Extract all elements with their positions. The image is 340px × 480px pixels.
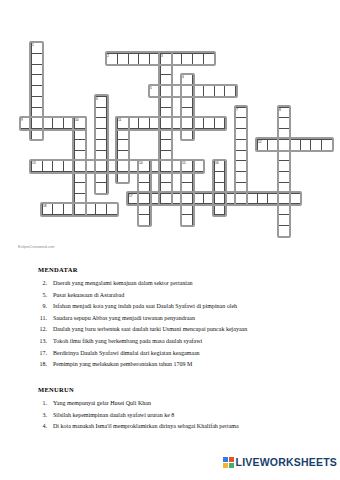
clue-item-number: 9. <box>36 303 47 310</box>
liveworksheets-icon <box>223 457 234 468</box>
across-clue-list: 2.Daerah yang mengalami kemajuan dalam s… <box>36 280 324 368</box>
crossword-cell[interactable] <box>181 182 193 194</box>
crossword-cell[interactable] <box>181 74 193 86</box>
crossword-cell[interactable] <box>181 214 193 226</box>
clue-item-number: 13. <box>36 338 47 345</box>
crossword-cell[interactable] <box>289 193 301 205</box>
down-heading: MENURUN <box>38 386 324 393</box>
crossword-cell[interactable] <box>106 203 118 215</box>
crossword-cell[interactable] <box>192 160 204 172</box>
clue-item-text: Di kota manakah Isma'il memproklamirkan … <box>53 423 324 430</box>
clue-item-text: Pemimpin yang melakukan pemberontakan ta… <box>53 361 324 368</box>
crossword-cell[interactable] <box>214 117 226 129</box>
clue-item-text: Yang mempunyai gelar Husei Quli Khan <box>53 400 324 407</box>
clue-item-number: 4. <box>36 423 47 430</box>
clue-item-number: 3. <box>36 412 47 419</box>
crossword-cell[interactable] <box>74 150 86 162</box>
crossword-cell[interactable] <box>214 182 226 194</box>
grid-credit: EclipseCrossword.com <box>18 245 55 249</box>
clue-item-text: Silsilah kepemimpinan daulah syafawi uru… <box>53 412 324 419</box>
clue-item: 13.Tokoh ilmu fikih yang berkembang pada… <box>36 338 324 345</box>
clue-item-text: Daulah yang baru terbentuk saat daulah t… <box>53 326 324 333</box>
crossword-cell[interactable] <box>117 171 129 183</box>
crossword-cell[interactable] <box>31 128 43 140</box>
clue-item: 11.Saudara sepupu Abbas yang menjadi taw… <box>36 315 324 322</box>
clue-item-number: 1. <box>36 400 47 407</box>
clue-item-number: 2. <box>36 280 47 287</box>
clue-item-number: 17. <box>36 350 47 357</box>
clue-item-text: Daerah yang mengalami kemajuan dalam sek… <box>53 280 324 287</box>
clue-section: MENDATAR 2.Daerah yang mengalami kemajua… <box>36 266 324 435</box>
clue-item: 5.Pusat kekuasaan di Astarabad <box>36 292 324 299</box>
clue-item-text: Isfahan menjadi kota yang indah pada saa… <box>53 303 324 310</box>
clue-item: 12.Daulah yang baru terbentuk saat daula… <box>36 326 324 333</box>
crossword-cell[interactable] <box>224 85 236 97</box>
crossword-cell[interactable] <box>160 182 172 194</box>
clue-item: 18.Pemimpin yang melakukan pemberontakan… <box>36 361 324 368</box>
crossword-cell[interactable] <box>160 107 172 119</box>
down-clue-list: 1.Yang mempunyai gelar Husei Quli Khan3.… <box>36 400 324 430</box>
crossword-cell[interactable] <box>31 107 43 119</box>
crossword-cell[interactable] <box>203 53 215 65</box>
clue-item: 1.Yang mempunyai gelar Husei Quli Khan <box>36 400 324 407</box>
crossword-cell[interactable] <box>160 150 172 162</box>
across-heading: MENDATAR <box>38 266 324 273</box>
crossword-cell[interactable] <box>138 214 150 226</box>
crossword-cell[interactable] <box>95 150 107 162</box>
clue-item-number: 5. <box>36 292 47 299</box>
worksheet-page: 259111213171813467810141516 EclipseCross… <box>0 0 340 480</box>
clue-item: 17.Berdirinya Daulah Syafawi dimulai dar… <box>36 350 324 357</box>
crossword-cell[interactable] <box>138 182 150 194</box>
clue-item-text: Berdirinya Daulah Syafawi dimulai dari k… <box>53 350 324 357</box>
clue-item: 3.Silsilah kepemimpinan daulah syafawi u… <box>36 412 324 419</box>
crossword-cell[interactable] <box>181 128 193 140</box>
crossword-cell[interactable] <box>278 182 290 194</box>
crossword-cell[interactable] <box>214 203 226 215</box>
clue-item: 4.Di kota manakah Isma'il memproklamirka… <box>36 423 324 430</box>
clue-item: 9.Isfahan menjadi kota yang indah pada s… <box>36 303 324 310</box>
clue-item-text: Tokoh ilmu fikih yang berkembang pada ma… <box>53 338 324 345</box>
liveworksheets-logo[interactable]: LIVEWORKSHEETS <box>223 456 337 468</box>
clue-item-text: Pusat kekuasaan di Astarabad <box>53 292 324 299</box>
clue-item-number: 11. <box>36 315 47 322</box>
crossword-cell[interactable] <box>181 107 193 119</box>
clue-item-number: 18. <box>36 361 47 368</box>
clue-item-number: 12. <box>36 326 47 333</box>
clue-item-text: Saudara sepupu Abbas yang menjadi tawana… <box>53 315 324 322</box>
crossword-cell[interactable] <box>278 128 290 140</box>
crossword-cell[interactable] <box>117 150 129 162</box>
crossword-cell[interactable] <box>74 193 86 205</box>
crossword-cell[interactable] <box>278 225 290 237</box>
crossword-cell[interactable] <box>160 74 172 86</box>
crossword-cell[interactable] <box>321 139 333 151</box>
crossword-cell[interactable] <box>95 182 107 194</box>
clue-item: 2.Daerah yang mengalami kemajuan dalam s… <box>36 280 324 287</box>
liveworksheets-text: LIVEWORKSHEETS <box>236 456 337 468</box>
crossword-cell[interactable] <box>235 182 247 194</box>
